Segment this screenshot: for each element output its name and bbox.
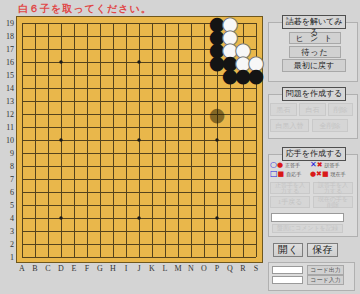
cell-K4[interactable] <box>146 212 159 225</box>
delete-current-move-button[interactable]: 現在の手を削除 <box>313 196 353 208</box>
cell-L8[interactable] <box>159 160 172 173</box>
solve-title-button[interactable]: 詰碁を解いてみる <box>282 15 346 29</box>
cell-E4[interactable] <box>68 212 81 225</box>
cell-I15[interactable] <box>120 69 133 82</box>
cell-L11[interactable] <box>159 121 172 134</box>
cell-P14[interactable] <box>211 82 224 95</box>
cell-R12[interactable] <box>237 108 250 121</box>
cell-L1[interactable] <box>159 251 172 264</box>
cell-L13[interactable] <box>159 95 172 108</box>
cell-M18[interactable] <box>172 30 185 43</box>
cell-H10[interactable] <box>107 134 120 147</box>
cell-F19[interactable] <box>81 17 94 30</box>
cell-A11[interactable] <box>16 121 29 134</box>
cell-A17[interactable] <box>16 43 29 56</box>
cell-S8[interactable] <box>250 160 263 173</box>
cell-R13[interactable] <box>237 95 250 108</box>
cell-K10[interactable] <box>146 134 159 147</box>
cell-F6[interactable] <box>81 186 94 199</box>
cell-M2[interactable] <box>172 238 185 251</box>
cell-I9[interactable] <box>120 147 133 160</box>
cell-M4[interactable] <box>172 212 185 225</box>
cell-A8[interactable] <box>16 160 29 173</box>
code-input-button[interactable]: コード入力 <box>307 275 344 285</box>
cell-R6[interactable] <box>237 186 250 199</box>
cell-P9[interactable] <box>211 147 224 160</box>
cell-S2[interactable] <box>250 238 263 251</box>
cell-L3[interactable] <box>159 225 172 238</box>
cell-N14[interactable] <box>185 82 198 95</box>
cell-Q2[interactable] <box>224 238 237 251</box>
cell-L12[interactable] <box>159 108 172 121</box>
cell-K12[interactable] <box>146 108 159 121</box>
cell-M11[interactable] <box>172 121 185 134</box>
cell-H7[interactable] <box>107 173 120 186</box>
cell-K16[interactable] <box>146 56 159 69</box>
cell-H4[interactable] <box>107 212 120 225</box>
cell-E14[interactable] <box>68 82 81 95</box>
cell-B17[interactable] <box>29 43 42 56</box>
cell-E8[interactable] <box>68 160 81 173</box>
cell-D6[interactable] <box>55 186 68 199</box>
cell-N5[interactable] <box>185 199 198 212</box>
cell-R8[interactable] <box>237 160 250 173</box>
cell-I19[interactable] <box>120 17 133 30</box>
cell-B18[interactable] <box>29 30 42 43</box>
cell-N19[interactable] <box>185 17 198 30</box>
cell-O1[interactable] <box>198 251 211 264</box>
cell-H19[interactable] <box>107 17 120 30</box>
swap-colors-button[interactable]: 白黒入替 <box>270 119 309 132</box>
cell-L6[interactable] <box>159 186 172 199</box>
cell-J4[interactable] <box>133 212 146 225</box>
cell-F1[interactable] <box>81 251 94 264</box>
cell-A9[interactable] <box>16 147 29 160</box>
cell-D12[interactable] <box>55 108 68 121</box>
cell-D18[interactable] <box>55 30 68 43</box>
cell-N2[interactable] <box>185 238 198 251</box>
cell-B14[interactable] <box>29 82 42 95</box>
cell-H2[interactable] <box>107 238 120 251</box>
cell-E2[interactable] <box>68 238 81 251</box>
cell-C19[interactable] <box>42 17 55 30</box>
cell-P6[interactable] <box>211 186 224 199</box>
cell-A13[interactable] <box>16 95 29 108</box>
cell-H5[interactable] <box>107 199 120 212</box>
cell-R5[interactable] <box>237 199 250 212</box>
cell-D13[interactable] <box>55 95 68 108</box>
cell-J11[interactable] <box>133 121 146 134</box>
cell-H17[interactable] <box>107 43 120 56</box>
cell-K14[interactable] <box>146 82 159 95</box>
cell-M19[interactable] <box>172 17 185 30</box>
cell-C12[interactable] <box>42 108 55 121</box>
cell-F14[interactable] <box>81 82 94 95</box>
cell-C18[interactable] <box>42 30 55 43</box>
cell-D16[interactable] <box>55 56 68 69</box>
cell-F5[interactable] <box>81 199 94 212</box>
cell-C14[interactable] <box>42 82 55 95</box>
cell-K3[interactable] <box>146 225 159 238</box>
cell-E7[interactable] <box>68 173 81 186</box>
cell-L17[interactable] <box>159 43 172 56</box>
cell-C13[interactable] <box>42 95 55 108</box>
cell-S5[interactable] <box>250 199 263 212</box>
cell-B4[interactable] <box>29 212 42 225</box>
cell-B8[interactable] <box>29 160 42 173</box>
cell-N6[interactable] <box>185 186 198 199</box>
reset-button[interactable]: 最初に戻す <box>282 59 346 72</box>
cell-B12[interactable] <box>29 108 42 121</box>
cell-D14[interactable] <box>55 82 68 95</box>
cell-E5[interactable] <box>68 199 81 212</box>
cell-E11[interactable] <box>68 121 81 134</box>
cell-J5[interactable] <box>133 199 146 212</box>
cell-J19[interactable] <box>133 17 146 30</box>
cell-K5[interactable] <box>146 199 159 212</box>
cell-I13[interactable] <box>120 95 133 108</box>
cell-I18[interactable] <box>120 30 133 43</box>
create-problem-title-button[interactable]: 問題を作成する <box>282 87 346 101</box>
cell-E19[interactable] <box>68 17 81 30</box>
cell-R11[interactable] <box>237 121 250 134</box>
cell-O11[interactable] <box>198 121 211 134</box>
cell-H1[interactable] <box>107 251 120 264</box>
cell-F7[interactable] <box>81 173 94 186</box>
cell-S19[interactable] <box>250 17 263 30</box>
code-output-field[interactable] <box>272 266 303 274</box>
cell-R19[interactable] <box>237 17 250 30</box>
cell-L10[interactable] <box>159 134 172 147</box>
cell-J7[interactable] <box>133 173 146 186</box>
create-response-title-button[interactable]: 応手を作成する <box>282 147 346 161</box>
cell-C3[interactable] <box>42 225 55 238</box>
cell-Q12[interactable] <box>224 108 237 121</box>
cell-P12[interactable]: ● <box>211 108 224 121</box>
cell-L18[interactable] <box>159 30 172 43</box>
cell-A5[interactable] <box>16 199 29 212</box>
cell-L5[interactable] <box>159 199 172 212</box>
cell-C6[interactable] <box>42 186 55 199</box>
cell-G16[interactable] <box>94 56 107 69</box>
cell-I7[interactable] <box>120 173 133 186</box>
cell-M10[interactable] <box>172 134 185 147</box>
cell-R7[interactable] <box>237 173 250 186</box>
cell-N16[interactable] <box>185 56 198 69</box>
cell-N8[interactable] <box>185 160 198 173</box>
cell-K7[interactable] <box>146 173 159 186</box>
cell-M13[interactable] <box>172 95 185 108</box>
cell-D7[interactable] <box>55 173 68 186</box>
cell-D19[interactable] <box>55 17 68 30</box>
cell-S4[interactable] <box>250 212 263 225</box>
cell-A6[interactable] <box>16 186 29 199</box>
cell-I14[interactable] <box>120 82 133 95</box>
cell-J12[interactable] <box>133 108 146 121</box>
cell-I8[interactable] <box>120 160 133 173</box>
cell-E1[interactable] <box>68 251 81 264</box>
cell-K8[interactable] <box>146 160 159 173</box>
cell-O9[interactable] <box>198 147 211 160</box>
record-comment-button[interactable]: 盤面にコメントを記録 <box>272 224 343 233</box>
cell-Q11[interactable] <box>224 121 237 134</box>
cell-C16[interactable] <box>42 56 55 69</box>
cell-D8[interactable] <box>55 160 68 173</box>
cell-K13[interactable] <box>146 95 159 108</box>
cell-A19[interactable] <box>16 17 29 30</box>
cell-S10[interactable] <box>250 134 263 147</box>
cell-Q3[interactable] <box>224 225 237 238</box>
cell-G17[interactable] <box>94 43 107 56</box>
cell-S12[interactable] <box>250 108 263 121</box>
cell-E13[interactable] <box>68 95 81 108</box>
cell-O15[interactable] <box>198 69 211 82</box>
cell-J16[interactable] <box>133 56 146 69</box>
cell-P1[interactable] <box>211 251 224 264</box>
cell-G8[interactable] <box>94 160 107 173</box>
cell-B13[interactable] <box>29 95 42 108</box>
cell-L15[interactable] <box>159 69 172 82</box>
cell-Q14[interactable] <box>224 82 237 95</box>
cell-M17[interactable] <box>172 43 185 56</box>
cell-J13[interactable] <box>133 95 146 108</box>
cell-C8[interactable] <box>42 160 55 173</box>
cell-G14[interactable] <box>94 82 107 95</box>
cell-C17[interactable] <box>42 43 55 56</box>
cell-L2[interactable] <box>159 238 172 251</box>
cell-J9[interactable] <box>133 147 146 160</box>
cell-B10[interactable] <box>29 134 42 147</box>
cell-O3[interactable] <box>198 225 211 238</box>
cell-L16[interactable] <box>159 56 172 69</box>
cell-L9[interactable] <box>159 147 172 160</box>
cell-M3[interactable] <box>172 225 185 238</box>
cell-B11[interactable] <box>29 121 42 134</box>
cell-B16[interactable] <box>29 56 42 69</box>
input-correct-button[interactable]: 正答手を入力する <box>270 182 310 194</box>
code-output-button[interactable]: コード出力 <box>307 265 344 275</box>
cell-M1[interactable] <box>172 251 185 264</box>
cell-N10[interactable] <box>185 134 198 147</box>
cell-M5[interactable] <box>172 199 185 212</box>
cell-F16[interactable] <box>81 56 94 69</box>
cell-S13[interactable] <box>250 95 263 108</box>
cell-R9[interactable] <box>237 147 250 160</box>
cell-H6[interactable] <box>107 186 120 199</box>
cell-J18[interactable] <box>133 30 146 43</box>
cell-D3[interactable] <box>55 225 68 238</box>
cell-I6[interactable] <box>120 186 133 199</box>
cell-C1[interactable] <box>42 251 55 264</box>
cell-H15[interactable] <box>107 69 120 82</box>
cell-G1[interactable] <box>94 251 107 264</box>
cell-E6[interactable] <box>68 186 81 199</box>
cell-A2[interactable] <box>16 238 29 251</box>
cell-J2[interactable] <box>133 238 146 251</box>
cell-D1[interactable] <box>55 251 68 264</box>
cell-C10[interactable] <box>42 134 55 147</box>
cell-G4[interactable] <box>94 212 107 225</box>
cell-K9[interactable] <box>146 147 159 160</box>
cell-S15[interactable]: ● <box>250 69 263 82</box>
cell-O10[interactable] <box>198 134 211 147</box>
cell-A16[interactable] <box>16 56 29 69</box>
cell-L4[interactable] <box>159 212 172 225</box>
cell-O6[interactable] <box>198 186 211 199</box>
cell-B3[interactable] <box>29 225 42 238</box>
cell-R1[interactable] <box>237 251 250 264</box>
cell-K18[interactable] <box>146 30 159 43</box>
cell-K17[interactable] <box>146 43 159 56</box>
cell-S9[interactable] <box>250 147 263 160</box>
cell-E12[interactable] <box>68 108 81 121</box>
cell-N1[interactable] <box>185 251 198 264</box>
cell-P3[interactable] <box>211 225 224 238</box>
cell-J10[interactable] <box>133 134 146 147</box>
cell-F3[interactable] <box>81 225 94 238</box>
cell-F8[interactable] <box>81 160 94 173</box>
cell-H3[interactable] <box>107 225 120 238</box>
cell-R10[interactable] <box>237 134 250 147</box>
cell-N3[interactable] <box>185 225 198 238</box>
cell-Q7[interactable] <box>224 173 237 186</box>
cell-A12[interactable] <box>16 108 29 121</box>
cell-J6[interactable] <box>133 186 146 199</box>
cell-K15[interactable] <box>146 69 159 82</box>
delete-stone-button[interactable]: 削除 <box>328 103 353 116</box>
cell-I11[interactable] <box>120 121 133 134</box>
cell-I1[interactable] <box>120 251 133 264</box>
cell-S7[interactable] <box>250 173 263 186</box>
cell-C11[interactable] <box>42 121 55 134</box>
cell-G15[interactable] <box>94 69 107 82</box>
cell-G11[interactable] <box>94 121 107 134</box>
cell-S18[interactable] <box>250 30 263 43</box>
cell-R14[interactable] <box>237 82 250 95</box>
cell-A10[interactable] <box>16 134 29 147</box>
cell-G6[interactable] <box>94 186 107 199</box>
cell-N4[interactable] <box>185 212 198 225</box>
cell-P2[interactable] <box>211 238 224 251</box>
cell-J17[interactable] <box>133 43 146 56</box>
cell-B15[interactable] <box>29 69 42 82</box>
cell-F2[interactable] <box>81 238 94 251</box>
cell-G12[interactable] <box>94 108 107 121</box>
cell-I2[interactable] <box>120 238 133 251</box>
cell-Q4[interactable] <box>224 212 237 225</box>
cell-N9[interactable] <box>185 147 198 160</box>
cell-K6[interactable] <box>146 186 159 199</box>
cell-B6[interactable] <box>29 186 42 199</box>
cell-I3[interactable] <box>120 225 133 238</box>
cell-N7[interactable] <box>185 173 198 186</box>
code-input-field[interactable] <box>272 276 303 284</box>
cell-H12[interactable] <box>107 108 120 121</box>
cell-B7[interactable] <box>29 173 42 186</box>
cell-Q1[interactable] <box>224 251 237 264</box>
cell-D9[interactable] <box>55 147 68 160</box>
cell-H11[interactable] <box>107 121 120 134</box>
cell-M6[interactable] <box>172 186 185 199</box>
cell-Q10[interactable] <box>224 134 237 147</box>
cell-O5[interactable] <box>198 199 211 212</box>
delete-all-button[interactable]: 全削除 <box>312 119 348 132</box>
cell-J15[interactable] <box>133 69 146 82</box>
cell-N17[interactable] <box>185 43 198 56</box>
comment-input[interactable] <box>271 213 344 222</box>
white-stone-button[interactable]: 白石 <box>299 103 326 116</box>
cell-B2[interactable] <box>29 238 42 251</box>
cell-G5[interactable] <box>94 199 107 212</box>
cell-S14[interactable] <box>250 82 263 95</box>
cell-I5[interactable] <box>120 199 133 212</box>
cell-O2[interactable] <box>198 238 211 251</box>
cell-F18[interactable] <box>81 30 94 43</box>
cell-B5[interactable] <box>29 199 42 212</box>
cell-N11[interactable] <box>185 121 198 134</box>
cell-F4[interactable] <box>81 212 94 225</box>
cell-A1[interactable] <box>16 251 29 264</box>
cell-G3[interactable] <box>94 225 107 238</box>
cell-G10[interactable] <box>94 134 107 147</box>
cell-F9[interactable] <box>81 147 94 160</box>
cell-D2[interactable] <box>55 238 68 251</box>
cell-H14[interactable] <box>107 82 120 95</box>
cell-M7[interactable] <box>172 173 185 186</box>
cell-D17[interactable] <box>55 43 68 56</box>
cell-B19[interactable] <box>29 17 42 30</box>
cell-F17[interactable] <box>81 43 94 56</box>
cell-O14[interactable] <box>198 82 211 95</box>
cell-P5[interactable] <box>211 199 224 212</box>
cell-C7[interactable] <box>42 173 55 186</box>
open-button[interactable]: 開く <box>273 243 303 257</box>
cell-L14[interactable] <box>159 82 172 95</box>
cell-P4[interactable] <box>211 212 224 225</box>
cell-I10[interactable] <box>120 134 133 147</box>
cell-Q8[interactable] <box>224 160 237 173</box>
save-button[interactable]: 保存 <box>307 243 338 257</box>
cell-K2[interactable] <box>146 238 159 251</box>
cell-I4[interactable] <box>120 212 133 225</box>
cell-A18[interactable] <box>16 30 29 43</box>
cell-D5[interactable] <box>55 199 68 212</box>
cell-Q13[interactable] <box>224 95 237 108</box>
cell-E10[interactable] <box>68 134 81 147</box>
cell-M14[interactable] <box>172 82 185 95</box>
cell-M12[interactable] <box>172 108 185 121</box>
cell-E15[interactable] <box>68 69 81 82</box>
cell-O8[interactable] <box>198 160 211 173</box>
cell-F13[interactable] <box>81 95 94 108</box>
cell-S1[interactable] <box>250 251 263 264</box>
cell-H8[interactable] <box>107 160 120 173</box>
undo-button[interactable]: 待った <box>289 46 341 58</box>
cell-F12[interactable] <box>81 108 94 121</box>
cell-R4[interactable] <box>237 212 250 225</box>
cell-B9[interactable] <box>29 147 42 160</box>
cell-E3[interactable] <box>68 225 81 238</box>
cell-G2[interactable] <box>94 238 107 251</box>
cell-J1[interactable] <box>133 251 146 264</box>
cell-D15[interactable] <box>55 69 68 82</box>
cell-A3[interactable] <box>16 225 29 238</box>
cell-R3[interactable] <box>237 225 250 238</box>
cell-E17[interactable] <box>68 43 81 56</box>
cell-N15[interactable] <box>185 69 198 82</box>
cell-C4[interactable] <box>42 212 55 225</box>
cell-L7[interactable] <box>159 173 172 186</box>
